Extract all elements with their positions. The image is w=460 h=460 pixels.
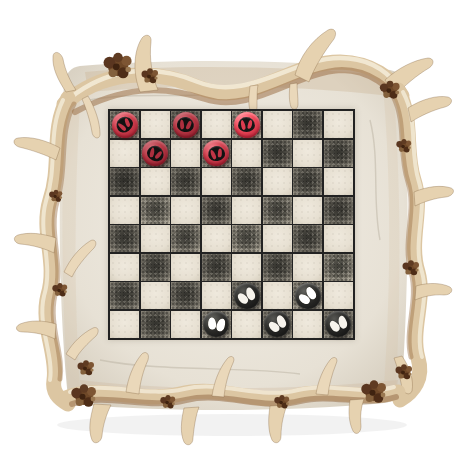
light-square[interactable] [293, 254, 322, 281]
hoof-toe [209, 148, 217, 158]
light-square[interactable] [141, 282, 170, 309]
light-square[interactable] [232, 311, 261, 338]
dark-square[interactable] [202, 254, 231, 281]
dark-square[interactable] [171, 282, 200, 309]
checkers-board [108, 109, 355, 340]
dark-square[interactable] [293, 282, 322, 309]
hoof-toe [217, 148, 222, 157]
light-square[interactable] [110, 197, 139, 224]
checker-red[interactable] [142, 140, 168, 166]
hoofprint-mark [265, 312, 290, 336]
light-square[interactable] [202, 168, 231, 195]
light-square[interactable] [110, 311, 139, 338]
light-square[interactable] [263, 111, 292, 138]
light-square[interactable] [171, 311, 200, 338]
dark-square[interactable] [202, 140, 231, 167]
hoof-toe [149, 147, 155, 157]
light-square[interactable] [293, 140, 322, 167]
light-square[interactable] [324, 282, 353, 309]
checker-black[interactable] [203, 311, 229, 337]
light-square[interactable] [232, 254, 261, 281]
hoof-toe [240, 119, 246, 129]
checker-red[interactable] [112, 112, 138, 138]
light-square[interactable] [202, 111, 231, 138]
hoofprint-mark [238, 117, 255, 132]
dark-square[interactable] [263, 197, 292, 224]
hoofprint-mark [326, 312, 350, 335]
dark-square[interactable] [232, 168, 261, 195]
dark-square[interactable] [202, 197, 231, 224]
dark-square[interactable] [110, 282, 139, 309]
light-square[interactable] [202, 282, 231, 309]
hoofprint-mark [113, 113, 136, 135]
dark-square[interactable] [141, 197, 170, 224]
hoof-toe [180, 119, 185, 129]
checker-black[interactable] [264, 311, 290, 337]
checker-black[interactable] [234, 283, 260, 309]
hoofprint-mark [206, 144, 225, 162]
dark-square[interactable] [141, 140, 170, 167]
hoof-toe [154, 150, 162, 159]
light-square[interactable] [263, 282, 292, 309]
dark-square[interactable] [324, 140, 353, 167]
dark-square[interactable] [110, 111, 139, 138]
hoof-toe [185, 120, 192, 129]
light-square[interactable] [324, 111, 353, 138]
dark-square[interactable] [324, 311, 353, 338]
dark-square[interactable] [232, 225, 261, 252]
antler-checkers-set [0, 0, 460, 460]
light-square[interactable] [324, 225, 353, 252]
light-square[interactable] [141, 168, 170, 195]
dark-square[interactable] [110, 168, 139, 195]
light-square[interactable] [171, 197, 200, 224]
hoof-toe [215, 317, 226, 332]
light-square[interactable] [232, 197, 261, 224]
light-square[interactable] [324, 168, 353, 195]
dark-square[interactable] [263, 140, 292, 167]
dark-square[interactable] [293, 168, 322, 195]
light-square[interactable] [171, 140, 200, 167]
light-square[interactable] [110, 140, 139, 167]
dark-square[interactable] [110, 225, 139, 252]
dark-square[interactable] [232, 111, 261, 138]
light-square[interactable] [110, 254, 139, 281]
dark-square[interactable] [263, 254, 292, 281]
dark-square[interactable] [171, 225, 200, 252]
light-square[interactable] [171, 254, 200, 281]
light-square[interactable] [293, 311, 322, 338]
light-square[interactable] [232, 140, 261, 167]
dark-square[interactable] [293, 111, 322, 138]
checker-red[interactable] [173, 112, 199, 138]
hoofprint-mark [295, 283, 320, 308]
light-square[interactable] [202, 225, 231, 252]
light-square[interactable] [293, 197, 322, 224]
dark-square[interactable] [202, 311, 231, 338]
checker-black[interactable] [295, 283, 321, 309]
checker-red[interactable] [203, 140, 229, 166]
dark-square[interactable] [293, 225, 322, 252]
light-square[interactable] [263, 168, 292, 195]
hoof-toe [207, 317, 216, 329]
hoofprint-mark [176, 116, 195, 134]
hoof-toe [247, 120, 253, 129]
light-square[interactable] [263, 225, 292, 252]
checker-red[interactable] [234, 112, 260, 138]
checker-black[interactable] [325, 311, 351, 337]
dark-square[interactable] [171, 168, 200, 195]
light-square[interactable] [141, 225, 170, 252]
dark-square[interactable] [171, 111, 200, 138]
dark-square[interactable] [141, 311, 170, 338]
dark-square[interactable] [141, 254, 170, 281]
dark-square[interactable] [232, 282, 261, 309]
hoofprint-mark [144, 143, 166, 164]
dark-square[interactable] [324, 197, 353, 224]
hoofprint-mark [206, 315, 226, 333]
light-square[interactable] [141, 111, 170, 138]
dark-square[interactable] [263, 311, 292, 338]
hoofprint-mark [234, 283, 259, 307]
dark-square[interactable] [324, 254, 353, 281]
